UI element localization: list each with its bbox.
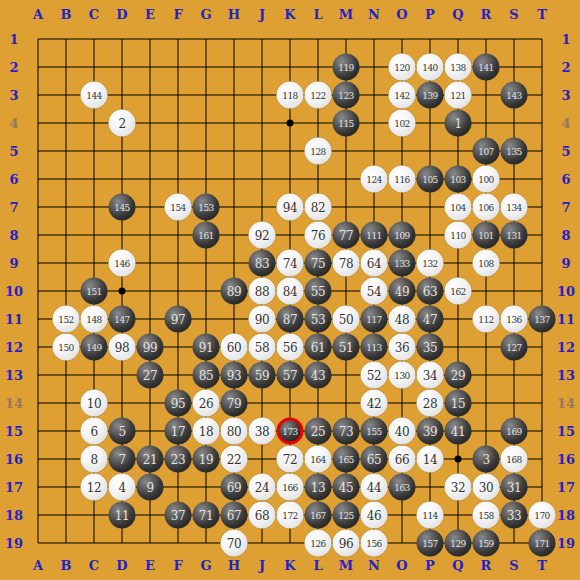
stone-black-129-Q19[interactable]: 129 (445, 530, 472, 557)
stone-black-45-M17[interactable]: 45 (333, 474, 360, 501)
row-label-right-9: 9 (561, 257, 570, 270)
move-number: 128 (310, 146, 326, 156)
stone-white-30-R17[interactable]: 30 (473, 474, 500, 501)
move-number: 143 (506, 90, 522, 100)
move-number: 6 (90, 424, 97, 438)
move-number: 14 (423, 452, 437, 466)
col-label-bottom-E: E (145, 559, 155, 572)
col-label-top-Q: Q (452, 8, 463, 21)
stone-white-56-K12[interactable]: 56 (277, 334, 304, 361)
move-number: 54 (367, 284, 381, 298)
stone-white-122-L3[interactable]: 122 (305, 82, 332, 109)
stone-black-35-P12[interactable]: 35 (417, 334, 444, 361)
stone-black-117-N11[interactable]: 117 (361, 306, 388, 333)
stone-black-7-D16[interactable]: 7 (109, 446, 136, 473)
stone-white-104-Q7[interactable]: 104 (445, 194, 472, 221)
col-label-bottom-R: R (481, 559, 492, 572)
stone-black-107-R5[interactable]: 107 (473, 138, 500, 165)
move-number: 149 (86, 342, 102, 352)
move-number: 142 (394, 90, 410, 100)
stone-white-54-N10[interactable]: 54 (361, 278, 388, 305)
move-number: 12 (87, 480, 101, 494)
stone-black-11-D18[interactable]: 11 (109, 502, 136, 529)
stone-white-46-N18[interactable]: 46 (361, 502, 388, 529)
col-label-bottom-P: P (425, 559, 435, 572)
move-number: 103 (450, 174, 466, 184)
stone-black-41-Q15[interactable]: 41 (445, 418, 472, 445)
row-label-left-8: 8 (9, 229, 18, 242)
stone-black-93-H13[interactable]: 93 (221, 362, 248, 389)
stone-black-101-R8[interactable]: 101 (473, 222, 500, 249)
stone-white-140-P2[interactable]: 140 (417, 54, 444, 81)
move-number: 23 (171, 452, 185, 466)
move-number: 79 (227, 396, 241, 410)
move-number: 17 (171, 424, 185, 438)
move-number: 38 (255, 424, 269, 438)
stone-white-170-T18[interactable]: 170 (529, 502, 556, 529)
row-label-right-8: 8 (561, 229, 570, 242)
stone-white-78-M9[interactable]: 78 (333, 250, 360, 277)
move-number: 120 (394, 62, 410, 72)
col-label-top-J: J (259, 8, 265, 21)
stone-black-103-Q6[interactable]: 103 (445, 166, 472, 193)
move-number: 75 (311, 256, 325, 270)
stone-black-99-E12[interactable]: 99 (137, 334, 164, 361)
stone-white-130-O13[interactable]: 130 (389, 362, 416, 389)
stone-black-131-S8[interactable]: 131 (501, 222, 528, 249)
move-number: 129 (450, 538, 466, 548)
stone-black-25-L15[interactable]: 25 (305, 418, 332, 445)
move-number: 140 (422, 62, 438, 72)
move-number: 34 (423, 368, 437, 382)
row-label-right-16: 16 (557, 453, 575, 466)
row-label-right-15: 15 (557, 425, 575, 438)
move-number: 113 (366, 342, 382, 352)
row-label-right-13: 13 (557, 369, 575, 382)
stone-white-154-F7[interactable]: 154 (165, 194, 192, 221)
star-point-Q16 (455, 456, 462, 463)
stone-black-67-H18[interactable]: 67 (221, 502, 248, 529)
stone-black-105-P6[interactable]: 105 (417, 166, 444, 193)
move-number: 155 (366, 426, 382, 436)
go-board[interactable]: AABBCCDDEEFFGGHHJJKKLLMMNNOOPPQQRRSSTT11… (0, 0, 580, 580)
stone-black-119-M2[interactable]: 119 (333, 54, 360, 81)
move-number: 56 (283, 340, 297, 354)
row-label-left-3: 3 (9, 89, 18, 102)
stone-white-150-B12[interactable]: 150 (53, 334, 80, 361)
move-number: 114 (422, 510, 438, 520)
move-number: 141 (478, 62, 494, 72)
move-number: 157 (422, 538, 438, 548)
move-number: 48 (395, 312, 409, 326)
stone-black-59-J13[interactable]: 59 (249, 362, 276, 389)
stone-black-27-E13[interactable]: 27 (137, 362, 164, 389)
move-number: 65 (367, 452, 381, 466)
stone-black-65-N16[interactable]: 65 (361, 446, 388, 473)
stone-black-165-M16[interactable]: 165 (333, 446, 360, 473)
stone-white-84-K10[interactable]: 84 (277, 278, 304, 305)
stone-white-94-K7[interactable]: 94 (277, 194, 304, 221)
stone-white-58-J12[interactable]: 58 (249, 334, 276, 361)
stone-black-33-S18[interactable]: 33 (501, 502, 528, 529)
stone-black-143-S3[interactable]: 143 (501, 82, 528, 109)
stone-white-70-H19[interactable]: 70 (221, 530, 248, 557)
col-label-bottom-G: G (200, 559, 211, 572)
stone-white-136-S11[interactable]: 136 (501, 306, 528, 333)
stone-black-75-L9[interactable]: 75 (305, 250, 332, 277)
stone-white-42-N14[interactable]: 42 (361, 390, 388, 417)
stone-white-166-K17[interactable]: 166 (277, 474, 304, 501)
stone-black-95-F14[interactable]: 95 (165, 390, 192, 417)
stone-black-17-F15[interactable]: 17 (165, 418, 192, 445)
stone-black-71-G18[interactable]: 71 (193, 502, 220, 529)
move-number: 18 (199, 424, 213, 438)
stone-black-141-R2[interactable]: 141 (473, 54, 500, 81)
move-number: 127 (506, 342, 522, 352)
col-label-bottom-A: A (33, 559, 43, 572)
stone-white-128-L5[interactable]: 128 (305, 138, 332, 165)
move-number: 93 (227, 368, 241, 382)
move-number: 22 (227, 452, 241, 466)
move-number: 32 (451, 480, 465, 494)
stone-white-142-O3[interactable]: 142 (389, 82, 416, 109)
col-label-bottom-H: H (228, 559, 240, 572)
move-number: 60 (227, 340, 241, 354)
move-number: 118 (282, 90, 298, 100)
stone-white-72-K16[interactable]: 72 (277, 446, 304, 473)
move-number: 138 (450, 62, 466, 72)
col-label-top-F: F (173, 8, 182, 21)
move-number: 101 (478, 230, 494, 240)
move-number: 80 (227, 424, 241, 438)
move-number: 69 (227, 480, 241, 494)
row-label-left-6: 6 (9, 173, 18, 186)
stone-white-158-R18[interactable]: 158 (473, 502, 500, 529)
move-number: 147 (114, 314, 130, 324)
stone-black-31-S17[interactable]: 31 (501, 474, 528, 501)
stone-black-137-T11[interactable]: 137 (529, 306, 556, 333)
stone-black-139-P3[interactable]: 139 (417, 82, 444, 109)
stone-white-116-O6[interactable]: 116 (389, 166, 416, 193)
stone-black-115-M4[interactable]: 115 (333, 110, 360, 137)
move-number: 63 (423, 284, 437, 298)
col-label-bottom-O: O (396, 559, 407, 572)
move-number: 95 (171, 396, 185, 410)
move-number: 47 (423, 312, 437, 326)
stone-black-69-H17[interactable]: 69 (221, 474, 248, 501)
stone-black-145-D7[interactable]: 145 (109, 194, 136, 221)
stone-white-102-O4[interactable]: 102 (389, 110, 416, 137)
move-number: 61 (311, 340, 325, 354)
stone-black-127-S12[interactable]: 127 (501, 334, 528, 361)
move-number: 109 (394, 230, 410, 240)
move-number: 85 (199, 368, 213, 382)
stone-white-112-R11[interactable]: 112 (473, 306, 500, 333)
stone-black-109-O8[interactable]: 109 (389, 222, 416, 249)
stone-black-49-O10[interactable]: 49 (389, 278, 416, 305)
stone-black-135-S5[interactable]: 135 (501, 138, 528, 165)
stone-black-89-H10[interactable]: 89 (221, 278, 248, 305)
star-point-K4 (287, 120, 294, 127)
stone-white-48-O11[interactable]: 48 (389, 306, 416, 333)
move-number: 166 (282, 482, 298, 492)
move-number: 123 (338, 90, 354, 100)
stone-white-98-D12[interactable]: 98 (109, 334, 136, 361)
stone-black-111-N8[interactable]: 111 (361, 222, 388, 249)
stone-white-40-O15[interactable]: 40 (389, 418, 416, 445)
row-label-right-6: 6 (561, 173, 570, 186)
stone-white-88-J10[interactable]: 88 (249, 278, 276, 305)
stone-white-92-J8[interactable]: 92 (249, 222, 276, 249)
stone-black-85-G13[interactable]: 85 (193, 362, 220, 389)
col-label-bottom-M: M (339, 559, 353, 572)
row-label-left-17: 17 (5, 481, 23, 494)
stone-white-90-J11[interactable]: 90 (249, 306, 276, 333)
stone-black-79-H14[interactable]: 79 (221, 390, 248, 417)
move-number: 73 (339, 424, 353, 438)
move-number: 67 (227, 508, 241, 522)
stone-white-22-H16[interactable]: 22 (221, 446, 248, 473)
stone-white-12-C17[interactable]: 12 (81, 474, 108, 501)
col-label-top-N: N (368, 8, 380, 21)
stone-white-146-D9[interactable]: 146 (109, 250, 136, 277)
move-number: 169 (506, 426, 522, 436)
row-label-right-2: 2 (561, 61, 570, 74)
move-number: 94 (283, 200, 297, 214)
stone-white-82-L7[interactable]: 82 (305, 194, 332, 221)
stone-black-5-D15[interactable]: 5 (109, 418, 136, 445)
move-number: 43 (311, 368, 325, 382)
row-label-left-18: 18 (5, 509, 23, 522)
row-label-right-10: 10 (557, 285, 575, 298)
stone-black-57-K13[interactable]: 57 (277, 362, 304, 389)
row-label-right-19: 19 (557, 537, 575, 550)
stone-white-156-N19[interactable]: 156 (361, 530, 388, 557)
stone-black-163-O17[interactable]: 163 (389, 474, 416, 501)
col-label-top-P: P (425, 8, 435, 21)
stone-black-83-J9[interactable]: 83 (249, 250, 276, 277)
stone-white-76-L8[interactable]: 76 (305, 222, 332, 249)
stone-black-15-Q14[interactable]: 15 (445, 390, 472, 417)
move-number: 135 (506, 146, 522, 156)
move-number: 158 (478, 510, 494, 520)
stone-black-123-M3[interactable]: 123 (333, 82, 360, 109)
stone-black-3-R16[interactable]: 3 (473, 446, 500, 473)
stone-white-52-N13[interactable]: 52 (361, 362, 388, 389)
stone-black-167-L18[interactable]: 167 (305, 502, 332, 529)
stone-white-106-R7[interactable]: 106 (473, 194, 500, 221)
move-number: 100 (478, 174, 494, 184)
stone-white-148-C11[interactable]: 148 (81, 306, 108, 333)
move-number: 7 (118, 452, 125, 466)
col-label-bottom-L: L (313, 559, 322, 572)
stone-black-91-G12[interactable]: 91 (193, 334, 220, 361)
stone-white-64-N9[interactable]: 64 (361, 250, 388, 277)
stone-white-18-G15[interactable]: 18 (193, 418, 220, 445)
move-number: 115 (338, 118, 354, 128)
stone-black-9-E17[interactable]: 9 (137, 474, 164, 501)
stone-white-152-B11[interactable]: 152 (53, 306, 80, 333)
move-number: 64 (367, 256, 381, 270)
stone-black-161-G8[interactable]: 161 (193, 222, 220, 249)
stone-white-138-Q2[interactable]: 138 (445, 54, 472, 81)
col-label-top-D: D (116, 8, 127, 21)
stone-white-24-J17[interactable]: 24 (249, 474, 276, 501)
stone-black-97-F11[interactable]: 97 (165, 306, 192, 333)
row-label-right-4: 4 (561, 117, 570, 130)
move-number: 171 (534, 538, 550, 548)
stone-white-66-O16[interactable]: 66 (389, 446, 416, 473)
stone-white-80-H15[interactable]: 80 (221, 418, 248, 445)
stone-white-8-C16[interactable]: 8 (81, 446, 108, 473)
stone-white-28-P14[interactable]: 28 (417, 390, 444, 417)
move-number: 145 (114, 202, 130, 212)
stone-black-63-P10[interactable]: 63 (417, 278, 444, 305)
col-label-top-G: G (200, 8, 211, 21)
move-number: 37 (171, 508, 185, 522)
stone-black-43-L13[interactable]: 43 (305, 362, 332, 389)
stone-black-21-E16[interactable]: 21 (137, 446, 164, 473)
stone-black-23-F16[interactable]: 23 (165, 446, 192, 473)
stone-black-37-F18[interactable]: 37 (165, 502, 192, 529)
stone-white-60-H12[interactable]: 60 (221, 334, 248, 361)
stone-white-110-Q8[interactable]: 110 (445, 222, 472, 249)
move-number: 51 (339, 340, 353, 354)
stone-black-113-N12[interactable]: 113 (361, 334, 388, 361)
move-number: 159 (478, 538, 494, 548)
stone-white-164-L16[interactable]: 164 (305, 446, 332, 473)
move-number: 87 (283, 312, 297, 326)
move-number: 91 (199, 340, 213, 354)
row-label-right-5: 5 (561, 145, 570, 158)
stone-black-1-Q4[interactable]: 1 (445, 110, 472, 137)
stone-white-32-Q17[interactable]: 32 (445, 474, 472, 501)
stone-black-61-L12[interactable]: 61 (305, 334, 332, 361)
stone-white-34-P13[interactable]: 34 (417, 362, 444, 389)
stone-black-47-P11[interactable]: 47 (417, 306, 444, 333)
stone-white-6-C15[interactable]: 6 (81, 418, 108, 445)
row-label-right-1: 1 (561, 33, 570, 46)
stone-white-100-R6[interactable]: 100 (473, 166, 500, 193)
row-label-right-12: 12 (557, 341, 575, 354)
stone-black-147-D11[interactable]: 147 (109, 306, 136, 333)
move-number: 9 (146, 480, 153, 494)
stone-white-2-D4[interactable]: 2 (109, 110, 136, 137)
stone-white-118-K3[interactable]: 118 (277, 82, 304, 109)
stone-black-169-S15[interactable]: 169 (501, 418, 528, 445)
stone-black-53-L11[interactable]: 53 (305, 306, 332, 333)
move-number: 31 (507, 480, 521, 494)
move-number: 88 (255, 284, 269, 298)
row-label-left-2: 2 (9, 61, 18, 74)
stone-black-39-P15[interactable]: 39 (417, 418, 444, 445)
move-number: 35 (423, 340, 437, 354)
stone-black-125-M18[interactable]: 125 (333, 502, 360, 529)
stone-black-151-C10[interactable]: 151 (81, 278, 108, 305)
stone-black-29-Q13[interactable]: 29 (445, 362, 472, 389)
stone-white-124-N6[interactable]: 124 (361, 166, 388, 193)
stone-white-134-S7[interactable]: 134 (501, 194, 528, 221)
col-label-top-M: M (339, 8, 353, 21)
stone-white-96-M19[interactable]: 96 (333, 530, 360, 557)
move-number: 131 (506, 230, 522, 240)
move-number: 170 (534, 510, 550, 520)
col-label-top-K: K (284, 8, 295, 21)
move-number: 99 (143, 340, 157, 354)
stone-white-38-J15[interactable]: 38 (249, 418, 276, 445)
row-label-left-19: 19 (5, 537, 23, 550)
stone-white-121-Q3[interactable]: 121 (445, 82, 472, 109)
move-number: 55 (311, 284, 325, 298)
stone-white-172-K18[interactable]: 172 (277, 502, 304, 529)
stone-black-19-G16[interactable]: 19 (193, 446, 220, 473)
stone-black-157-P19[interactable]: 157 (417, 530, 444, 557)
stone-black-149-C12[interactable]: 149 (81, 334, 108, 361)
row-label-right-14: 14 (557, 397, 575, 410)
move-number: 116 (394, 174, 410, 184)
move-number: 173 (282, 426, 298, 436)
stone-black-155-N15[interactable]: 155 (361, 418, 388, 445)
stone-white-14-P16[interactable]: 14 (417, 446, 444, 473)
stone-white-162-Q10[interactable]: 162 (445, 278, 472, 305)
move-number: 71 (199, 508, 213, 522)
move-number: 3 (482, 452, 489, 466)
col-label-top-T: T (537, 8, 547, 21)
stone-black-77-M8[interactable]: 77 (333, 222, 360, 249)
move-number: 30 (479, 480, 493, 494)
stone-black-173-K15-last-move[interactable]: 173 (277, 418, 304, 445)
move-number: 90 (255, 312, 269, 326)
move-number: 59 (255, 368, 269, 382)
move-number: 39 (423, 424, 437, 438)
stone-white-68-J18[interactable]: 68 (249, 502, 276, 529)
move-number: 153 (198, 202, 214, 212)
stone-black-159-R19[interactable]: 159 (473, 530, 500, 557)
move-number: 96 (339, 536, 353, 550)
stone-black-51-M12[interactable]: 51 (333, 334, 360, 361)
stone-white-168-S16[interactable]: 168 (501, 446, 528, 473)
row-label-left-7: 7 (9, 201, 18, 214)
move-number: 44 (367, 480, 381, 494)
move-number: 70 (227, 536, 241, 550)
stone-black-73-M15[interactable]: 73 (333, 418, 360, 445)
move-number: 107 (478, 146, 494, 156)
stone-white-114-P18[interactable]: 114 (417, 502, 444, 529)
move-number: 77 (339, 228, 353, 242)
stone-black-87-K11[interactable]: 87 (277, 306, 304, 333)
stone-white-144-C3[interactable]: 144 (81, 82, 108, 109)
stone-white-120-O2[interactable]: 120 (389, 54, 416, 81)
move-number: 8 (90, 452, 97, 466)
row-label-right-7: 7 (561, 201, 570, 214)
stone-white-36-O12[interactable]: 36 (389, 334, 416, 361)
stone-white-108-R9[interactable]: 108 (473, 250, 500, 277)
stone-black-13-L17[interactable]: 13 (305, 474, 332, 501)
stone-white-10-C14[interactable]: 10 (81, 390, 108, 417)
stone-white-44-N17[interactable]: 44 (361, 474, 388, 501)
stone-white-26-G14[interactable]: 26 (193, 390, 220, 417)
stone-black-133-O9[interactable]: 133 (389, 250, 416, 277)
stone-white-50-M11[interactable]: 50 (333, 306, 360, 333)
stone-white-126-L19[interactable]: 126 (305, 530, 332, 557)
stone-black-171-T19[interactable]: 171 (529, 530, 556, 557)
stone-white-74-K9[interactable]: 74 (277, 250, 304, 277)
stone-black-153-G7[interactable]: 153 (193, 194, 220, 221)
col-label-bottom-S: S (509, 559, 518, 572)
stone-white-4-D17[interactable]: 4 (109, 474, 136, 501)
stone-black-55-L10[interactable]: 55 (305, 278, 332, 305)
stone-white-132-P9[interactable]: 132 (417, 250, 444, 277)
